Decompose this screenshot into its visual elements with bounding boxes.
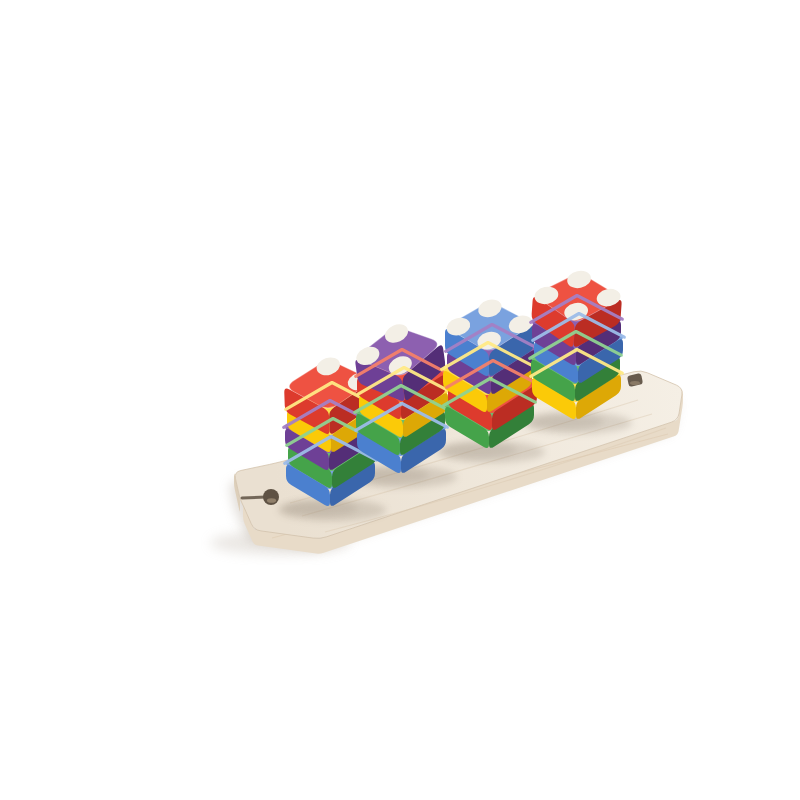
- stack-3-contact-shadow-core: [441, 442, 517, 458]
- socket-hole-highlight: [630, 381, 640, 385]
- keyhole-hole-highlight: [267, 498, 276, 503]
- toy-product-photo: [40, 16, 800, 800]
- stack-3: [442, 297, 539, 448]
- keyhole-slot: [242, 497, 266, 498]
- stack-1-contact-shadow-core: [282, 500, 358, 516]
- toy-photo-svg: [40, 16, 800, 800]
- stack-4-contact-shadow-core: [528, 413, 604, 429]
